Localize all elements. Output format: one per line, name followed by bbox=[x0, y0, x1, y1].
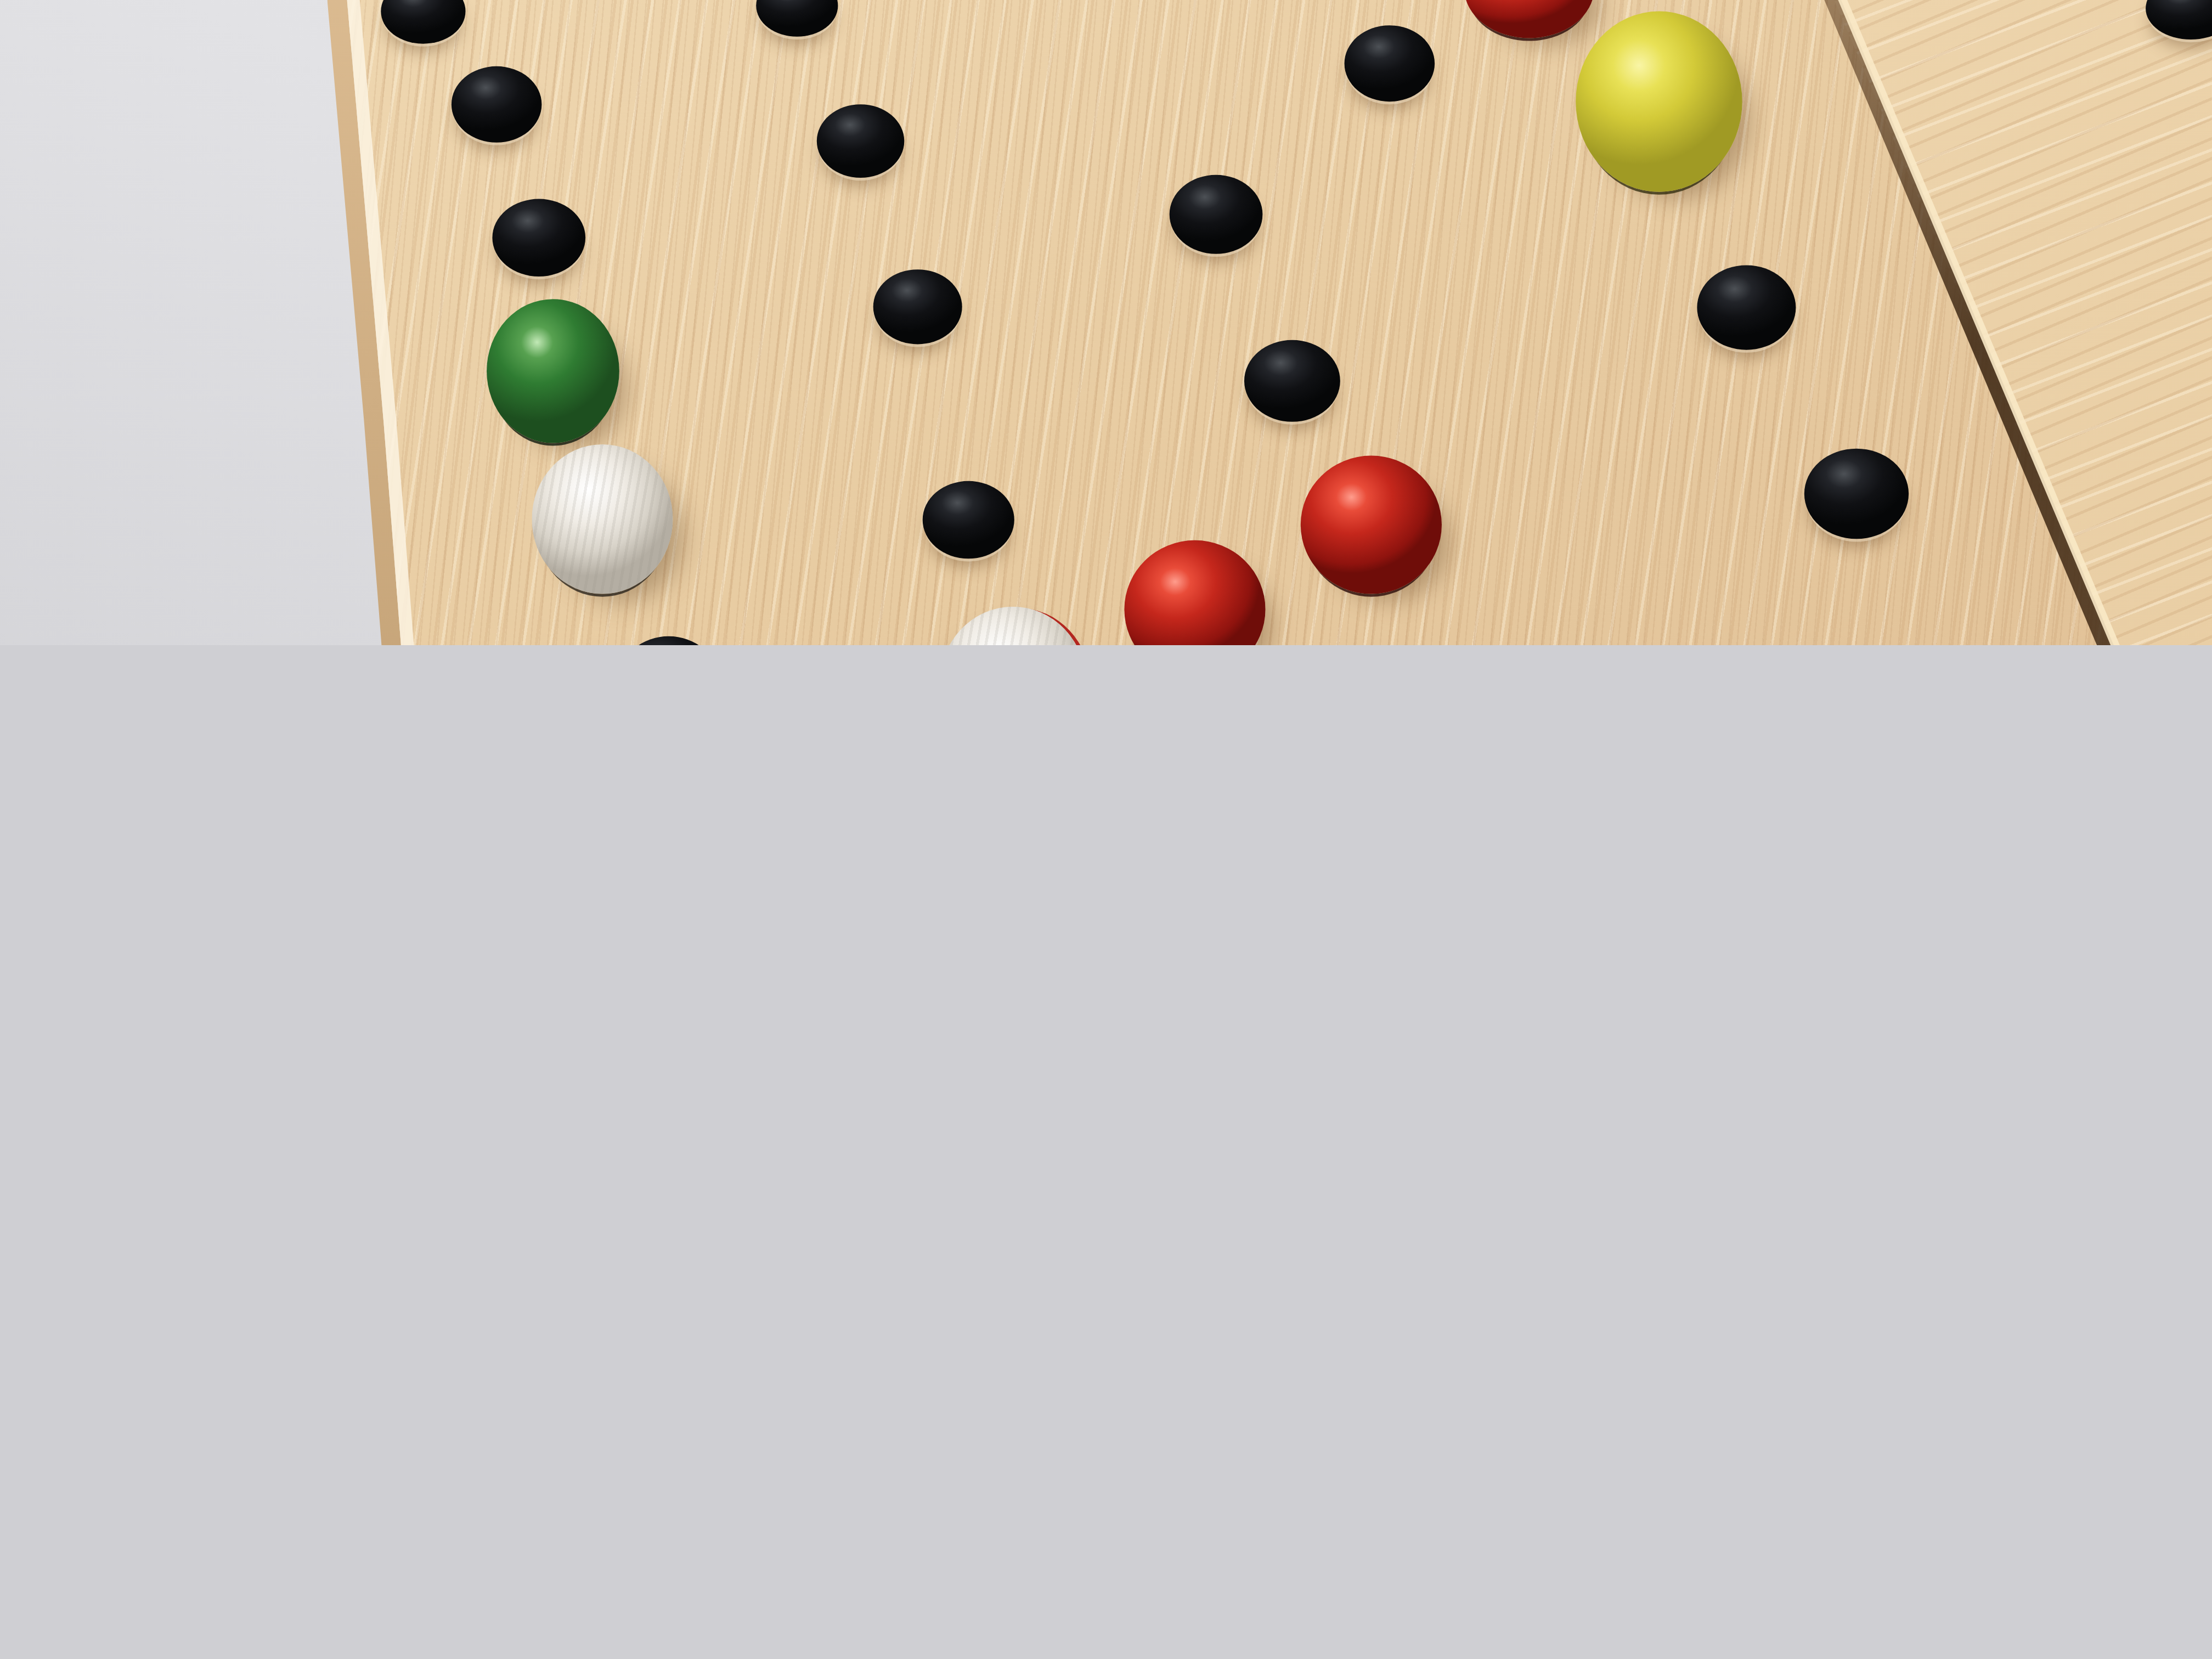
marble-yellow[interactable] bbox=[1576, 12, 1742, 192]
board-game-photo bbox=[0, 0, 2212, 645]
marble-red[interactable] bbox=[1301, 456, 1442, 594]
marble-black[interactable] bbox=[492, 198, 585, 275]
photo-viewport bbox=[0, 0, 2212, 645]
marble-black[interactable] bbox=[1804, 449, 1909, 539]
marble-white[interactable] bbox=[532, 444, 673, 594]
marble-black[interactable] bbox=[1244, 340, 1340, 422]
marble-black[interactable] bbox=[1697, 265, 1796, 349]
marble-black[interactable] bbox=[1345, 25, 1435, 101]
marble-black[interactable] bbox=[1170, 175, 1263, 254]
marble-black[interactable] bbox=[452, 66, 542, 143]
marble-black[interactable] bbox=[817, 104, 904, 178]
marble-black[interactable] bbox=[922, 481, 1013, 558]
marble-black[interactable] bbox=[872, 269, 961, 343]
marble-green[interactable] bbox=[487, 299, 619, 443]
